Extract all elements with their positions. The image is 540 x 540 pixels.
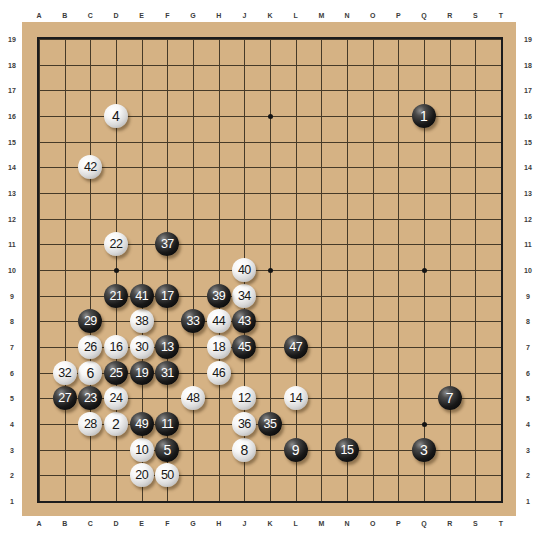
coord-label: 12 <box>524 215 532 222</box>
grid-cell <box>270 167 296 193</box>
coord-label: 16 <box>524 113 532 120</box>
coord-label: F <box>165 12 169 19</box>
grid-cell <box>424 244 450 270</box>
stone-2-D4[interactable]: 2 <box>104 412 128 436</box>
grid-cell <box>475 244 501 270</box>
grid-cell <box>373 65 399 91</box>
grid-cell <box>65 450 91 476</box>
stone-34-J9[interactable]: 34 <box>232 284 256 308</box>
coord-label: K <box>267 520 272 527</box>
grid-cell <box>450 475 476 501</box>
grid-cell <box>398 39 424 65</box>
grid-cell <box>373 321 399 347</box>
coord-label: A <box>36 12 41 19</box>
grid-cell <box>398 270 424 296</box>
grid-cell <box>65 65 91 91</box>
grid-cell <box>296 39 322 65</box>
grid-cell <box>167 65 193 91</box>
go-diagram: 1234567891011121314151617181920212223242… <box>0 0 540 540</box>
coord-label: M <box>318 520 324 527</box>
grid-cell <box>475 321 501 347</box>
grid-cell <box>321 398 347 424</box>
grid-cell <box>398 321 424 347</box>
grid-cell <box>450 321 476 347</box>
coord-label: H <box>216 12 221 19</box>
grid-cell <box>270 116 296 142</box>
stone-38-E8[interactable]: 38 <box>130 309 154 333</box>
coord-label: R <box>447 520 452 527</box>
grid-cell <box>270 65 296 91</box>
stone-49-E4[interactable]: 49 <box>130 412 154 436</box>
coord-label: E <box>139 12 144 19</box>
coord-label: R <box>447 12 452 19</box>
grid-cell <box>270 244 296 270</box>
coord-label: J <box>242 12 246 19</box>
grid-cell <box>65 39 91 65</box>
coord-label: 9 <box>10 292 14 299</box>
grid-cell <box>373 373 399 399</box>
grid-cell <box>398 65 424 91</box>
coord-label: 18 <box>524 61 532 68</box>
coord-label: H <box>216 520 221 527</box>
coord-label: 1 <box>10 498 14 505</box>
coord-label: S <box>473 520 478 527</box>
grid-cell <box>142 142 168 168</box>
grid-cell <box>193 244 219 270</box>
coord-label: T <box>499 520 503 527</box>
grid-cell <box>347 321 373 347</box>
grid-cell <box>219 39 245 65</box>
grid-cell <box>167 116 193 142</box>
grid-cell <box>347 193 373 219</box>
grid-cell <box>475 270 501 296</box>
coord-label: 3 <box>526 446 530 453</box>
grid-cell <box>219 193 245 219</box>
coord-label: 13 <box>8 190 16 197</box>
grid-cell <box>347 270 373 296</box>
stone-4-D16[interactable]: 4 <box>104 104 128 128</box>
grid-cell <box>321 39 347 65</box>
grid-cell <box>398 398 424 424</box>
grid-cell <box>65 193 91 219</box>
coord-label: Q <box>421 520 426 527</box>
grid-cell <box>270 296 296 322</box>
grid-cell <box>219 167 245 193</box>
coord-label: P <box>396 12 401 19</box>
grid-cell <box>373 475 399 501</box>
grid-cell <box>116 142 142 168</box>
grid-cell <box>296 90 322 116</box>
grid-cell <box>450 90 476 116</box>
grid-cell <box>193 167 219 193</box>
coord-label: 15 <box>8 138 16 145</box>
grid-cell <box>398 373 424 399</box>
coord-label: 17 <box>524 87 532 94</box>
grid-cell <box>475 219 501 245</box>
grid-cell <box>244 39 270 65</box>
grid-cell <box>321 90 347 116</box>
grid-cell <box>347 244 373 270</box>
grid-cell <box>450 65 476 91</box>
grid-cell <box>167 90 193 116</box>
grid-cell <box>219 90 245 116</box>
coord-label: 8 <box>10 318 14 325</box>
grid-cell <box>90 65 116 91</box>
grid-cell <box>142 116 168 142</box>
stone-39-H9[interactable]: 39 <box>207 284 231 308</box>
grid-cell <box>450 270 476 296</box>
grid-cell <box>193 424 219 450</box>
grid-cell <box>39 142 65 168</box>
stone-9-L3[interactable]: 9 <box>284 438 308 462</box>
grid-cell <box>373 116 399 142</box>
coord-label: D <box>113 12 118 19</box>
grid-cell <box>90 193 116 219</box>
star-point <box>268 114 273 119</box>
coord-label: B <box>62 520 67 527</box>
grid-cell <box>373 90 399 116</box>
stone-47-L7[interactable]: 47 <box>284 335 308 359</box>
grid-cell <box>347 39 373 65</box>
grid-cell <box>475 39 501 65</box>
coord-label: B <box>62 12 67 19</box>
coord-label: O <box>370 12 375 19</box>
stone-3-Q3[interactable]: 3 <box>412 438 436 462</box>
grid-cell <box>398 167 424 193</box>
grid-cell <box>321 373 347 399</box>
grid-cell <box>116 65 142 91</box>
grid-cell <box>347 296 373 322</box>
grid-cell <box>193 142 219 168</box>
stone-8-J3[interactable]: 8 <box>232 438 256 462</box>
stone-10-E3[interactable]: 10 <box>130 438 154 462</box>
grid-cell <box>321 321 347 347</box>
grid-cell <box>450 167 476 193</box>
grid-cell <box>450 39 476 65</box>
coord-label: F <box>165 520 169 527</box>
grid-cell <box>296 167 322 193</box>
grid-cell <box>244 475 270 501</box>
stone-19-E6[interactable]: 19 <box>130 361 154 385</box>
grid-cell <box>296 193 322 219</box>
grid-cell <box>321 270 347 296</box>
star-point <box>422 422 427 427</box>
grid-cell <box>90 450 116 476</box>
grid-cell <box>321 65 347 91</box>
coord-label: G <box>190 520 195 527</box>
coord-label: L <box>294 12 298 19</box>
stone-18-H7[interactable]: 18 <box>207 335 231 359</box>
coord-label: 18 <box>8 61 16 68</box>
grid-cell <box>475 167 501 193</box>
grid-cell <box>373 244 399 270</box>
grid-cell <box>373 398 399 424</box>
grid-cell <box>347 142 373 168</box>
grid-cell <box>475 65 501 91</box>
grid-cell <box>296 244 322 270</box>
stone-44-H8[interactable]: 44 <box>207 309 231 333</box>
grid-cell <box>450 219 476 245</box>
grid-cell <box>450 116 476 142</box>
coord-label: 14 <box>524 164 532 171</box>
stone-31-F6[interactable]: 31 <box>155 361 179 385</box>
grid-cell <box>65 116 91 142</box>
grid-cell <box>65 270 91 296</box>
grid-cell <box>321 142 347 168</box>
coord-label: 2 <box>10 472 14 479</box>
grid-cell <box>475 450 501 476</box>
grid-cell <box>244 219 270 245</box>
goban[interactable]: 1234567891011121314151617181920212223242… <box>22 22 516 516</box>
star-point <box>268 268 273 273</box>
grid-cell <box>193 219 219 245</box>
stone-32-B6[interactable]: 32 <box>53 361 77 385</box>
coord-label: N <box>344 12 349 19</box>
grid-cell <box>347 398 373 424</box>
coord-label: M <box>318 12 324 19</box>
grid-cell <box>296 296 322 322</box>
grid-cell <box>373 167 399 193</box>
grid-cell <box>347 475 373 501</box>
grid-cell <box>296 116 322 142</box>
stone-14-L5[interactable]: 14 <box>284 386 308 410</box>
grid-cell <box>39 424 65 450</box>
grid-cell <box>65 475 91 501</box>
grid-cell <box>475 116 501 142</box>
grid-cell <box>347 347 373 373</box>
grid-cell <box>475 398 501 424</box>
grid-cell <box>270 193 296 219</box>
grid-cell <box>475 142 501 168</box>
grid-cell <box>398 219 424 245</box>
grid-cell <box>39 90 65 116</box>
grid-cell <box>321 116 347 142</box>
coord-label: 3 <box>10 446 14 453</box>
grid-cell <box>373 219 399 245</box>
coord-label: 10 <box>524 267 532 274</box>
coord-label: S <box>473 12 478 19</box>
grid-cell <box>475 296 501 322</box>
grid-cell <box>321 475 347 501</box>
stone-35-K4[interactable]: 35 <box>258 412 282 436</box>
coord-label: 6 <box>526 369 530 376</box>
grid-cell <box>90 475 116 501</box>
grid-cell <box>296 142 322 168</box>
grid-cell <box>373 39 399 65</box>
grid-cell <box>424 270 450 296</box>
grid-cell <box>39 219 65 245</box>
grid-cell <box>450 142 476 168</box>
grid-cell <box>296 270 322 296</box>
grid-cell <box>193 90 219 116</box>
stone-25-D6[interactable]: 25 <box>104 361 128 385</box>
grid-cell <box>398 193 424 219</box>
grid-cell <box>167 39 193 65</box>
coord-label: D <box>113 520 118 527</box>
coord-label: 2 <box>526 472 530 479</box>
stone-1-Q16[interactable]: 1 <box>412 104 436 128</box>
coord-label: 8 <box>526 318 530 325</box>
grid-cell <box>39 65 65 91</box>
grid-cell <box>39 321 65 347</box>
grid-cell <box>219 219 245 245</box>
stone-17-F9[interactable]: 17 <box>155 284 179 308</box>
grid-cell <box>39 244 65 270</box>
coord-label: C <box>88 12 93 19</box>
grid-cell <box>321 244 347 270</box>
grid-cell <box>398 475 424 501</box>
coord-label: 11 <box>8 241 15 248</box>
coord-label: 4 <box>10 421 14 428</box>
grid-cell <box>347 219 373 245</box>
grid-cell <box>219 142 245 168</box>
coord-label: 9 <box>526 292 530 299</box>
grid-cell <box>321 296 347 322</box>
coord-label: J <box>242 520 246 527</box>
coord-label: C <box>88 520 93 527</box>
stone-6-C6[interactable]: 6 <box>78 361 102 385</box>
coord-label: 19 <box>8 36 16 43</box>
grid-cell <box>424 296 450 322</box>
stone-46-H6[interactable]: 46 <box>207 361 231 385</box>
grid-cell <box>398 296 424 322</box>
grid-cell <box>373 347 399 373</box>
grid-cell <box>475 373 501 399</box>
grid-cell <box>270 90 296 116</box>
grid-cell <box>398 142 424 168</box>
grid-cell <box>398 347 424 373</box>
grid-cell <box>347 116 373 142</box>
grid-cell <box>424 219 450 245</box>
grid-cell <box>373 142 399 168</box>
grid-cell <box>321 193 347 219</box>
grid-cell <box>424 193 450 219</box>
grid-cell <box>475 193 501 219</box>
grid-cell <box>219 475 245 501</box>
grid-cell <box>424 167 450 193</box>
grid-cell <box>116 39 142 65</box>
grid-cell <box>424 65 450 91</box>
coord-label: 5 <box>526 395 530 402</box>
grid-cell <box>65 90 91 116</box>
coord-label: 4 <box>526 421 530 428</box>
grid-cell <box>193 193 219 219</box>
grid-cell <box>424 475 450 501</box>
stone-21-D9[interactable]: 21 <box>104 284 128 308</box>
grid-cell <box>270 270 296 296</box>
coord-label: 6 <box>10 369 14 376</box>
grid-cell <box>321 167 347 193</box>
grid-cell <box>116 193 142 219</box>
star-point <box>114 268 119 273</box>
coord-label: 1 <box>526 498 530 505</box>
coord-label: 16 <box>8 113 16 120</box>
coord-label: N <box>344 520 349 527</box>
grid-cell <box>475 475 501 501</box>
coord-label: K <box>267 12 272 19</box>
grid-cell <box>373 270 399 296</box>
stone-16-D7[interactable]: 16 <box>104 335 128 359</box>
coord-label: L <box>294 520 298 527</box>
grid-cell <box>244 90 270 116</box>
grid-cell <box>193 65 219 91</box>
grid-cell <box>398 244 424 270</box>
coord-label: 14 <box>8 164 16 171</box>
grid-cell <box>39 296 65 322</box>
grid-cell <box>270 39 296 65</box>
coord-label: E <box>139 520 144 527</box>
stone-20-E2[interactable]: 20 <box>130 463 154 487</box>
grid-cell <box>450 424 476 450</box>
grid-cell <box>424 347 450 373</box>
grid-cell <box>142 65 168 91</box>
star-point <box>422 268 427 273</box>
grid-cell <box>475 347 501 373</box>
grid-cell <box>450 193 476 219</box>
grid-cell <box>296 219 322 245</box>
coord-label: 15 <box>524 138 532 145</box>
coord-label: Q <box>421 12 426 19</box>
grid-cell <box>347 65 373 91</box>
grid-cell <box>424 142 450 168</box>
grid-cell <box>39 116 65 142</box>
stone-27-B5[interactable]: 27 <box>53 386 77 410</box>
grid-cell <box>450 347 476 373</box>
grid-cell <box>475 90 501 116</box>
grid-cell <box>424 321 450 347</box>
grid-cell <box>167 167 193 193</box>
grid-cell <box>39 475 65 501</box>
coord-label: A <box>36 520 41 527</box>
grid-cell <box>373 193 399 219</box>
coord-label: 19 <box>524 36 532 43</box>
grid-cell <box>219 65 245 91</box>
coord-label: 11 <box>524 241 531 248</box>
grid-cell <box>270 142 296 168</box>
stone-7-R5[interactable]: 7 <box>438 386 462 410</box>
grid-cell <box>244 116 270 142</box>
stone-30-E7[interactable]: 30 <box>130 335 154 359</box>
stone-41-E9[interactable]: 41 <box>130 284 154 308</box>
grid-cell <box>193 475 219 501</box>
grid-cell <box>219 116 245 142</box>
grid-cell <box>142 167 168 193</box>
coord-label: 13 <box>524 190 532 197</box>
coord-label: 7 <box>526 344 530 351</box>
grid-cell <box>424 39 450 65</box>
grid-cell <box>193 39 219 65</box>
grid-cell <box>116 167 142 193</box>
coord-label: P <box>396 520 401 527</box>
grid-cell <box>475 424 501 450</box>
grid-cell <box>39 450 65 476</box>
stone-5-F3[interactable]: 5 <box>155 438 179 462</box>
grid-cell <box>321 219 347 245</box>
grid-cell <box>65 244 91 270</box>
grid-cell <box>142 39 168 65</box>
grid-cell <box>244 193 270 219</box>
stone-15-N3[interactable]: 15 <box>335 438 359 462</box>
grid-cell <box>450 296 476 322</box>
grid-cell <box>244 65 270 91</box>
grid-cell <box>65 219 91 245</box>
grid-cell <box>193 116 219 142</box>
grid-cell <box>142 193 168 219</box>
grid-cell <box>167 142 193 168</box>
grid-cell <box>39 167 65 193</box>
coord-label: 12 <box>8 215 16 222</box>
coord-label: 7 <box>10 344 14 351</box>
